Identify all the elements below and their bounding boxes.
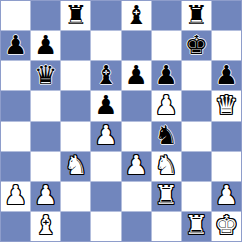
square-c2[interactable] xyxy=(61,182,90,211)
square-h5[interactable]: ♛ xyxy=(212,91,241,120)
square-g1[interactable]: ♜ xyxy=(182,212,211,241)
black-rook-icon: ♜ xyxy=(64,2,87,28)
white-pawn-icon: ♟ xyxy=(124,152,147,178)
square-d1[interactable] xyxy=(91,212,120,241)
black-pawn-icon: ♟ xyxy=(34,32,57,58)
square-c6[interactable] xyxy=(61,61,90,90)
square-f3[interactable]: ♞ xyxy=(152,152,181,181)
square-h6[interactable]: ♟ xyxy=(212,61,241,90)
square-b6[interactable]: ♛ xyxy=(31,61,60,90)
square-e1[interactable] xyxy=(122,212,151,241)
square-b3[interactable] xyxy=(31,152,60,181)
white-pawn-icon: ♟ xyxy=(155,92,178,118)
square-f5[interactable]: ♟ xyxy=(152,91,181,120)
square-g4[interactable] xyxy=(182,122,211,151)
black-king-icon: ♚ xyxy=(185,32,208,58)
black-rook-icon: ♜ xyxy=(185,2,208,28)
white-rook-icon: ♜ xyxy=(185,212,208,238)
square-f8[interactable] xyxy=(152,1,181,30)
white-rook-icon: ♜ xyxy=(155,182,178,208)
square-f1[interactable] xyxy=(152,212,181,241)
square-e6[interactable]: ♟ xyxy=(122,61,151,90)
square-d8[interactable] xyxy=(91,1,120,30)
white-queen-icon: ♛ xyxy=(215,92,238,118)
square-a5[interactable] xyxy=(1,91,30,120)
square-g5[interactable] xyxy=(182,91,211,120)
square-g8[interactable]: ♜ xyxy=(182,1,211,30)
square-h1[interactable]: ♚ xyxy=(212,212,241,241)
black-pawn-icon: ♟ xyxy=(215,62,238,88)
white-pawn-icon: ♟ xyxy=(34,182,57,208)
square-f6[interactable]: ♟ xyxy=(152,61,181,90)
square-h2[interactable]: ♟ xyxy=(212,182,241,211)
black-pawn-icon: ♟ xyxy=(155,62,178,88)
square-a1[interactable] xyxy=(1,212,30,241)
black-pawn-icon: ♟ xyxy=(94,92,117,118)
square-b5[interactable] xyxy=(31,91,60,120)
square-a2[interactable]: ♟ xyxy=(1,182,30,211)
square-a4[interactable] xyxy=(1,122,30,151)
square-f7[interactable] xyxy=(152,31,181,60)
square-d3[interactable] xyxy=(91,152,120,181)
white-pawn-icon: ♟ xyxy=(94,122,117,148)
square-a3[interactable] xyxy=(1,152,30,181)
square-b7[interactable]: ♟ xyxy=(31,31,60,60)
white-knight-icon: ♞ xyxy=(155,152,178,178)
square-a8[interactable] xyxy=(1,1,30,30)
square-h7[interactable] xyxy=(212,31,241,60)
square-b8[interactable] xyxy=(31,1,60,30)
square-b2[interactable]: ♟ xyxy=(31,182,60,211)
white-bishop-icon: ♝ xyxy=(34,212,57,238)
square-c4[interactable] xyxy=(61,122,90,151)
chess-board-container: ♜♝♜♟♟♚♛♝♟♟♟♟♟♛♟♞♞♟♞♟♟♜♟♝♜♚ xyxy=(0,0,242,242)
black-queen-icon: ♛ xyxy=(34,62,57,88)
square-d6[interactable]: ♝ xyxy=(91,61,120,90)
black-bishop-icon: ♝ xyxy=(124,2,147,28)
square-f4[interactable]: ♞ xyxy=(152,122,181,151)
square-h4[interactable] xyxy=(212,122,241,151)
square-d5[interactable]: ♟ xyxy=(91,91,120,120)
square-c1[interactable] xyxy=(61,212,90,241)
square-e2[interactable] xyxy=(122,182,151,211)
square-b1[interactable]: ♝ xyxy=(31,212,60,241)
square-e5[interactable] xyxy=(122,91,151,120)
chess-board: ♜♝♜♟♟♚♛♝♟♟♟♟♟♛♟♞♞♟♞♟♟♜♟♝♜♚ xyxy=(0,0,242,242)
square-e7[interactable] xyxy=(122,31,151,60)
square-d7[interactable] xyxy=(91,31,120,60)
square-g2[interactable] xyxy=(182,182,211,211)
square-c7[interactable] xyxy=(61,31,90,60)
white-king-icon: ♚ xyxy=(215,212,238,238)
square-c3[interactable]: ♞ xyxy=(61,152,90,181)
square-e8[interactable]: ♝ xyxy=(122,1,151,30)
square-g3[interactable] xyxy=(182,152,211,181)
black-pawn-icon: ♟ xyxy=(4,32,27,58)
white-pawn-icon: ♟ xyxy=(4,182,27,208)
square-b4[interactable] xyxy=(31,122,60,151)
square-a6[interactable] xyxy=(1,61,30,90)
black-bishop-icon: ♝ xyxy=(94,62,117,88)
square-e3[interactable]: ♟ xyxy=(122,152,151,181)
square-h8[interactable] xyxy=(212,1,241,30)
square-a7[interactable]: ♟ xyxy=(1,31,30,60)
square-e4[interactable] xyxy=(122,122,151,151)
square-d4[interactable]: ♟ xyxy=(91,122,120,151)
square-c8[interactable]: ♜ xyxy=(61,1,90,30)
black-knight-icon: ♞ xyxy=(155,122,178,148)
square-g6[interactable] xyxy=(182,61,211,90)
square-f2[interactable]: ♜ xyxy=(152,182,181,211)
white-knight-icon: ♞ xyxy=(64,152,87,178)
square-h3[interactable] xyxy=(212,152,241,181)
black-pawn-icon: ♟ xyxy=(124,62,147,88)
square-c5[interactable] xyxy=(61,91,90,120)
white-pawn-icon: ♟ xyxy=(215,182,238,208)
square-d2[interactable] xyxy=(91,182,120,211)
square-g7[interactable]: ♚ xyxy=(182,31,211,60)
